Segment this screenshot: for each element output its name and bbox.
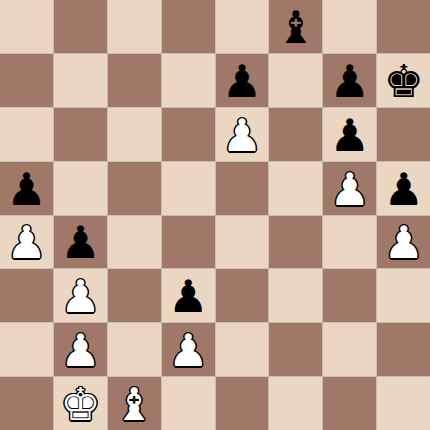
black-bishop-piece[interactable]: ♝	[276, 5, 316, 50]
square-g5[interactable]: ♟	[323, 162, 376, 215]
square-h3[interactable]	[377, 269, 430, 322]
square-e6[interactable]: ♟	[216, 108, 269, 161]
black-pawn-piece[interactable]: ♟	[330, 59, 370, 104]
black-pawn-piece[interactable]: ♟	[222, 59, 262, 104]
square-g1[interactable]	[323, 377, 376, 430]
square-b5[interactable]	[54, 162, 107, 215]
square-c6[interactable]	[108, 108, 161, 161]
square-e1[interactable]	[216, 377, 269, 430]
square-d2[interactable]: ♟	[162, 323, 215, 376]
square-g4[interactable]	[323, 216, 376, 269]
white-pawn-piece[interactable]: ♟	[60, 328, 100, 373]
square-c7[interactable]	[108, 54, 161, 107]
square-f2[interactable]	[269, 323, 322, 376]
square-a4[interactable]: ♟	[0, 216, 53, 269]
white-bishop-piece[interactable]: ♝	[114, 382, 154, 427]
square-h5[interactable]: ♟	[377, 162, 430, 215]
square-a6[interactable]	[0, 108, 53, 161]
square-e5[interactable]	[216, 162, 269, 215]
white-pawn-piece[interactable]: ♟	[383, 220, 423, 265]
black-pawn-piece[interactable]: ♟	[6, 167, 46, 212]
square-d1[interactable]	[162, 377, 215, 430]
square-h6[interactable]	[377, 108, 430, 161]
square-f7[interactable]	[269, 54, 322, 107]
square-g3[interactable]	[323, 269, 376, 322]
square-b8[interactable]	[54, 0, 107, 53]
square-b4[interactable]: ♟	[54, 216, 107, 269]
black-king-piece[interactable]: ♚	[383, 59, 423, 104]
square-f6[interactable]	[269, 108, 322, 161]
square-a7[interactable]	[0, 54, 53, 107]
square-e2[interactable]	[216, 323, 269, 376]
square-f1[interactable]	[269, 377, 322, 430]
square-b3[interactable]: ♟	[54, 269, 107, 322]
square-h8[interactable]	[377, 0, 430, 53]
chess-board: ♝♟♟♚♟♟♟♟♟♟♟♟♟♟♟♟♚♝	[0, 0, 430, 430]
square-f5[interactable]	[269, 162, 322, 215]
square-b6[interactable]	[54, 108, 107, 161]
white-pawn-piece[interactable]: ♟	[60, 274, 100, 319]
square-d6[interactable]	[162, 108, 215, 161]
black-pawn-piece[interactable]: ♟	[60, 220, 100, 265]
square-c5[interactable]	[108, 162, 161, 215]
square-c8[interactable]	[108, 0, 161, 53]
square-b2[interactable]: ♟	[54, 323, 107, 376]
square-e3[interactable]	[216, 269, 269, 322]
square-a8[interactable]	[0, 0, 53, 53]
black-pawn-piece[interactable]: ♟	[168, 274, 208, 319]
square-f3[interactable]	[269, 269, 322, 322]
square-a2[interactable]	[0, 323, 53, 376]
white-pawn-piece[interactable]: ♟	[330, 167, 370, 212]
white-pawn-piece[interactable]: ♟	[6, 220, 46, 265]
square-d7[interactable]	[162, 54, 215, 107]
white-pawn-piece[interactable]: ♟	[222, 113, 262, 158]
square-c2[interactable]	[108, 323, 161, 376]
square-g8[interactable]	[323, 0, 376, 53]
black-pawn-piece[interactable]: ♟	[330, 113, 370, 158]
square-a3[interactable]	[0, 269, 53, 322]
square-e7[interactable]: ♟	[216, 54, 269, 107]
black-pawn-piece[interactable]: ♟	[383, 167, 423, 212]
square-a1[interactable]	[0, 377, 53, 430]
square-c1[interactable]: ♝	[108, 377, 161, 430]
square-h1[interactable]	[377, 377, 430, 430]
square-g6[interactable]: ♟	[323, 108, 376, 161]
square-f8[interactable]: ♝	[269, 0, 322, 53]
square-g7[interactable]: ♟	[323, 54, 376, 107]
square-b1[interactable]: ♚	[54, 377, 107, 430]
square-h4[interactable]: ♟	[377, 216, 430, 269]
square-f4[interactable]	[269, 216, 322, 269]
square-h7[interactable]: ♚	[377, 54, 430, 107]
square-g2[interactable]	[323, 323, 376, 376]
square-a5[interactable]: ♟	[0, 162, 53, 215]
white-king-piece[interactable]: ♚	[60, 382, 100, 427]
square-c3[interactable]	[108, 269, 161, 322]
square-e8[interactable]	[216, 0, 269, 53]
white-pawn-piece[interactable]: ♟	[168, 328, 208, 373]
square-d4[interactable]	[162, 216, 215, 269]
square-h2[interactable]	[377, 323, 430, 376]
square-d3[interactable]: ♟	[162, 269, 215, 322]
square-d8[interactable]	[162, 0, 215, 53]
square-c4[interactable]	[108, 216, 161, 269]
square-e4[interactable]	[216, 216, 269, 269]
square-b7[interactable]	[54, 54, 107, 107]
square-d5[interactable]	[162, 162, 215, 215]
